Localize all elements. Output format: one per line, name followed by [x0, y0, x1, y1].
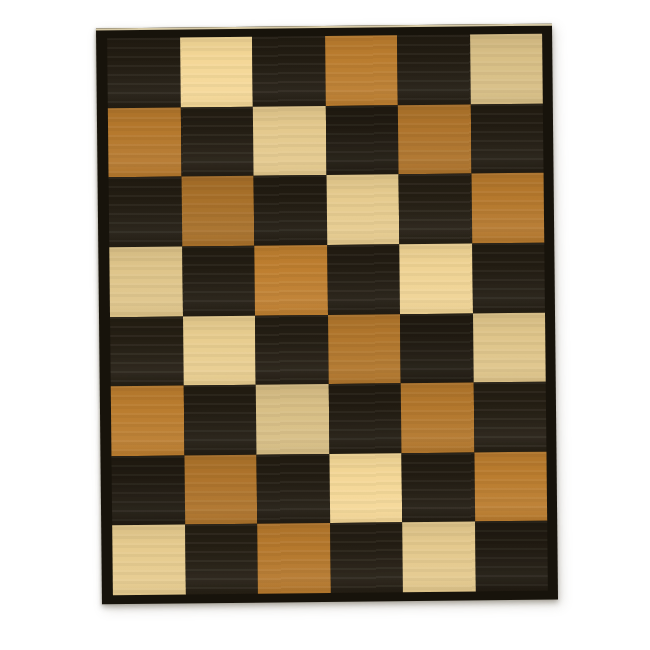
rug-square-r8c1-cream [112, 525, 185, 595]
rug-square-r6c6-black [473, 382, 546, 452]
rug-square-r6c2-black [183, 385, 256, 455]
rug-square-r4c6-black [472, 243, 545, 313]
rug-square-r2c4-black [325, 105, 398, 175]
rug-square-r6c1-tan [111, 386, 184, 456]
rug-square-r4c2-black [182, 246, 255, 316]
rug-square-r8c2-black [185, 524, 258, 594]
rug-square-r1c3-black [252, 36, 325, 106]
rug-square-r7c2-tan [184, 454, 257, 524]
rug-square-r4c4-black [327, 244, 400, 314]
rug-square-r1c4-tan [325, 35, 398, 105]
rug-square-r5c6-cream [472, 312, 545, 382]
rug-square-r1c6-cream [470, 34, 543, 104]
rug-square-r8c5-cream [402, 522, 475, 592]
rug-square-r3c4-cream [326, 174, 399, 244]
rug-square-r7c3-black [256, 454, 329, 524]
rug-square-r3c6-tan [471, 173, 544, 243]
rug-square-r8c3-tan [257, 523, 330, 593]
rug-square-r5c1-black [110, 316, 183, 386]
rug-square-r5c3-black [255, 314, 328, 384]
rug-square-r6c3-cream [256, 384, 329, 454]
rug-square-r2c3-cream [253, 106, 326, 176]
rug-square-r8c6-black [475, 521, 548, 591]
rug-square-r1c1-black [107, 38, 180, 108]
rug-square-r4c3-tan [254, 245, 327, 315]
rug-product-photo [0, 0, 650, 650]
rug-square-r3c5-black [399, 174, 472, 244]
rug-square-r2c2-black [180, 106, 253, 176]
rug-square-r5c2-cream [183, 315, 256, 385]
rug-square-r4c1-cream [109, 246, 182, 316]
rug-square-r7c4-cream [329, 453, 402, 523]
rug-square-r1c2-cream [180, 37, 253, 107]
rug-square-r2c1-tan [108, 107, 181, 177]
rug-square-r6c4-black [328, 383, 401, 453]
rug-square-r2c5-tan [398, 104, 471, 174]
rug-square-r5c5-black [400, 313, 473, 383]
rug-square-r8c4-black [330, 523, 403, 593]
rug-square-r7c5-black [401, 452, 474, 522]
rug-square-r2c6-black [470, 103, 543, 173]
rug-square-r7c1-black [111, 455, 184, 525]
rug-board-grid [107, 34, 548, 596]
rug-square-r6c5-tan [401, 383, 474, 453]
rug-square-r3c2-tan [181, 176, 254, 246]
rug-square-r1c5-black [397, 34, 470, 104]
rug-square-r3c1-black [109, 177, 182, 247]
rug-square-r7c6-tan [474, 451, 547, 521]
rug-square-r3c3-black [254, 175, 327, 245]
checkerboard-rug [96, 24, 558, 605]
rug-square-r4c5-cream [399, 243, 472, 313]
rug-square-r5c4-tan [328, 314, 401, 384]
